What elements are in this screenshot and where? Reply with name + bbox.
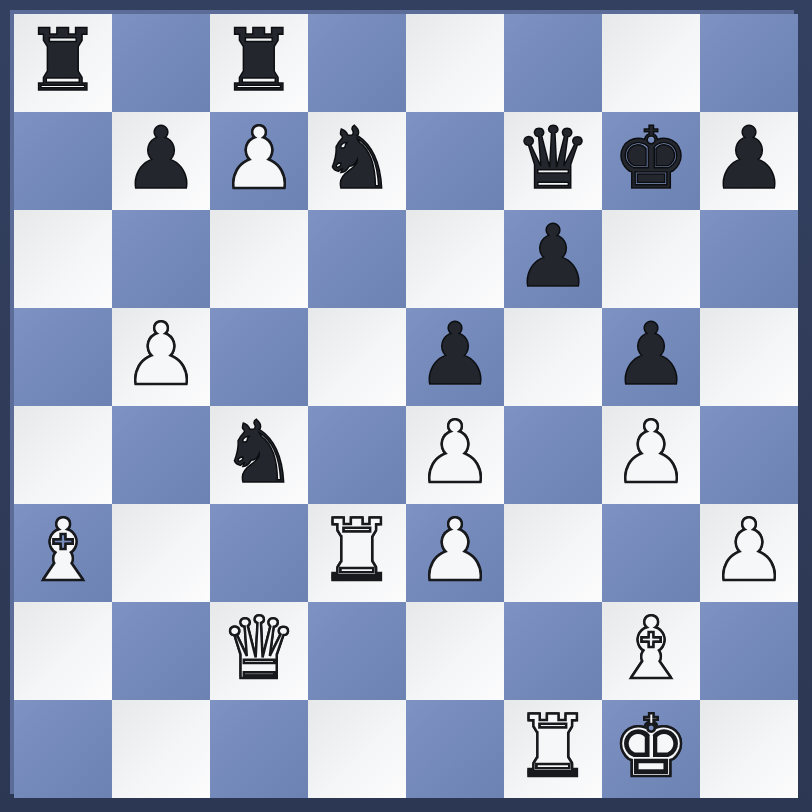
square-f7[interactable]: ♛ — [504, 112, 602, 210]
square-f4[interactable] — [504, 406, 602, 504]
square-c7[interactable]: ♟ — [210, 112, 308, 210]
black-pawn[interactable]: ♟ — [416, 305, 493, 403]
white-bishop[interactable]: ♝ — [612, 599, 689, 697]
square-g5[interactable]: ♟ — [602, 308, 700, 406]
square-c8[interactable]: ♜ — [210, 14, 308, 112]
square-a7[interactable] — [14, 112, 112, 210]
white-rook[interactable]: ♜ — [318, 501, 395, 599]
square-c2[interactable]: ♛ — [210, 602, 308, 700]
square-e4[interactable]: ♟ — [406, 406, 504, 504]
square-b3[interactable] — [112, 504, 210, 602]
square-h7[interactable]: ♟ — [700, 112, 798, 210]
square-c3[interactable] — [210, 504, 308, 602]
square-c4[interactable]: ♞ — [210, 406, 308, 504]
square-d8[interactable] — [308, 14, 406, 112]
square-b6[interactable] — [112, 210, 210, 308]
square-f2[interactable] — [504, 602, 602, 700]
white-rook[interactable]: ♜ — [514, 697, 591, 795]
black-pawn[interactable]: ♟ — [514, 207, 591, 305]
white-pawn[interactable]: ♟ — [612, 403, 689, 501]
square-g4[interactable]: ♟ — [602, 406, 700, 504]
square-e6[interactable] — [406, 210, 504, 308]
square-e2[interactable] — [406, 602, 504, 700]
board-frame: ♜♜♟♟♞♛♚♟♟♟♟♟♞♟♟♝♜♟♟♛♝♜♚ — [0, 0, 812, 812]
square-a5[interactable] — [14, 308, 112, 406]
square-e1[interactable] — [406, 700, 504, 798]
black-pawn[interactable]: ♟ — [612, 305, 689, 403]
square-d7[interactable]: ♞ — [308, 112, 406, 210]
square-g1[interactable]: ♚ — [602, 700, 700, 798]
square-d4[interactable] — [308, 406, 406, 504]
square-a3[interactable]: ♝ — [14, 504, 112, 602]
square-e7[interactable] — [406, 112, 504, 210]
square-d3[interactable]: ♜ — [308, 504, 406, 602]
square-h8[interactable] — [700, 14, 798, 112]
square-a2[interactable] — [14, 602, 112, 700]
white-king[interactable]: ♚ — [612, 697, 689, 795]
square-h3[interactable]: ♟ — [700, 504, 798, 602]
square-f5[interactable] — [504, 308, 602, 406]
square-h1[interactable] — [700, 700, 798, 798]
square-f6[interactable]: ♟ — [504, 210, 602, 308]
square-c1[interactable] — [210, 700, 308, 798]
square-b7[interactable]: ♟ — [112, 112, 210, 210]
square-d2[interactable] — [308, 602, 406, 700]
black-rook[interactable]: ♜ — [24, 11, 101, 109]
black-knight[interactable]: ♞ — [220, 403, 297, 501]
chess-board: ♜♜♟♟♞♛♚♟♟♟♟♟♞♟♟♝♜♟♟♛♝♜♚ — [14, 14, 798, 798]
square-d5[interactable] — [308, 308, 406, 406]
black-knight[interactable]: ♞ — [318, 109, 395, 207]
square-g8[interactable] — [602, 14, 700, 112]
white-pawn[interactable]: ♟ — [122, 305, 199, 403]
square-g6[interactable] — [602, 210, 700, 308]
square-f3[interactable] — [504, 504, 602, 602]
black-queen[interactable]: ♛ — [514, 109, 591, 207]
square-b8[interactable] — [112, 14, 210, 112]
square-c6[interactable] — [210, 210, 308, 308]
black-rook[interactable]: ♜ — [220, 11, 297, 109]
square-g7[interactable]: ♚ — [602, 112, 700, 210]
square-a1[interactable] — [14, 700, 112, 798]
square-e3[interactable]: ♟ — [406, 504, 504, 602]
square-h5[interactable] — [700, 308, 798, 406]
square-h2[interactable] — [700, 602, 798, 700]
black-king[interactable]: ♚ — [612, 109, 689, 207]
square-a6[interactable] — [14, 210, 112, 308]
square-g3[interactable] — [602, 504, 700, 602]
square-a4[interactable] — [14, 406, 112, 504]
square-h4[interactable] — [700, 406, 798, 504]
square-b5[interactable]: ♟ — [112, 308, 210, 406]
white-pawn[interactable]: ♟ — [220, 109, 297, 207]
square-a8[interactable]: ♜ — [14, 14, 112, 112]
square-d6[interactable] — [308, 210, 406, 308]
black-pawn[interactable]: ♟ — [710, 109, 787, 207]
white-pawn[interactable]: ♟ — [416, 403, 493, 501]
square-b4[interactable] — [112, 406, 210, 504]
white-queen[interactable]: ♛ — [220, 599, 297, 697]
white-pawn[interactable]: ♟ — [416, 501, 493, 599]
square-b1[interactable] — [112, 700, 210, 798]
square-e5[interactable]: ♟ — [406, 308, 504, 406]
square-c5[interactable] — [210, 308, 308, 406]
square-e8[interactable] — [406, 14, 504, 112]
black-pawn[interactable]: ♟ — [122, 109, 199, 207]
square-h6[interactable] — [700, 210, 798, 308]
square-d1[interactable] — [308, 700, 406, 798]
square-f8[interactable] — [504, 14, 602, 112]
square-b2[interactable] — [112, 602, 210, 700]
square-g2[interactable]: ♝ — [602, 602, 700, 700]
square-f1[interactable]: ♜ — [504, 700, 602, 798]
white-bishop[interactable]: ♝ — [24, 501, 101, 599]
white-pawn[interactable]: ♟ — [710, 501, 787, 599]
